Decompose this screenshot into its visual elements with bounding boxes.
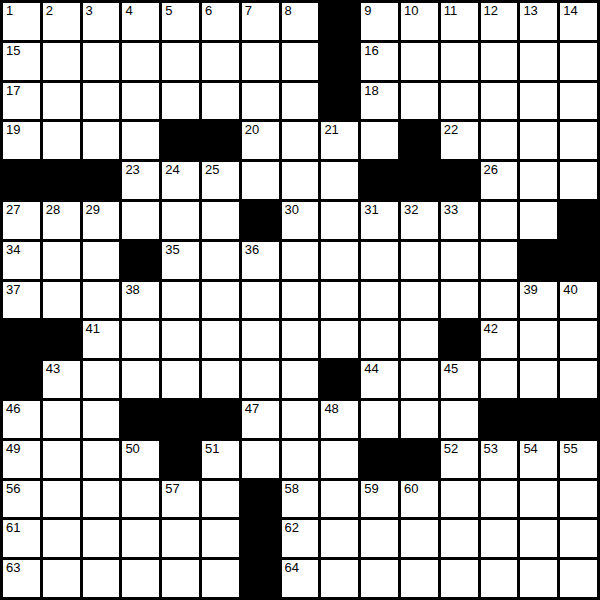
cell-r13-c14[interactable] — [560, 520, 597, 557]
clue-number-11: 11 — [444, 3, 458, 18]
cell-r11-c8[interactable] — [321, 441, 358, 478]
cell-r12-c5[interactable] — [202, 481, 239, 518]
cell-r7-c3[interactable]: 38 — [122, 282, 159, 319]
clue-number-28: 28 — [46, 202, 60, 217]
clue-number-29: 29 — [86, 202, 100, 217]
cell-r14-c13[interactable] — [520, 560, 557, 597]
cell-r0-c13[interactable]: 13 — [520, 3, 557, 40]
clue-number-55: 55 — [563, 441, 577, 456]
clue-number-2: 2 — [46, 3, 53, 18]
cell-r10-c10[interactable] — [401, 401, 438, 438]
cell-r14-c8[interactable] — [321, 560, 358, 597]
cell-r4-c6[interactable] — [242, 162, 279, 199]
cell-r5-c13[interactable] — [520, 202, 557, 239]
cell-r3-c8[interactable]: 21 — [321, 122, 358, 159]
cell-r9-c12[interactable] — [481, 361, 518, 398]
clue-number-45: 45 — [444, 361, 458, 376]
cell-r1-c13[interactable] — [520, 43, 557, 80]
cell-r7-c14[interactable]: 40 — [560, 282, 597, 319]
clue-number-50: 50 — [125, 441, 139, 456]
clue-number-52: 52 — [444, 441, 458, 456]
cell-r4-c3[interactable]: 23 — [122, 162, 159, 199]
cell-r0-c6[interactable]: 7 — [242, 3, 279, 40]
cell-r1-c7[interactable] — [282, 43, 319, 80]
black-square-r1-c8 — [321, 43, 358, 80]
cell-r0-c7[interactable]: 8 — [282, 3, 319, 40]
cell-r9-c10[interactable] — [401, 361, 438, 398]
cell-r12-c9[interactable]: 59 — [361, 481, 398, 518]
cell-r7-c7[interactable] — [282, 282, 319, 319]
cell-r1-c4[interactable] — [162, 43, 199, 80]
clue-number-64: 64 — [285, 560, 299, 575]
clue-number-38: 38 — [125, 282, 139, 297]
cell-r13-c3[interactable] — [122, 520, 159, 557]
clue-number-20: 20 — [245, 122, 259, 137]
cell-r5-c2[interactable]: 29 — [83, 202, 120, 239]
cell-r6-c11[interactable] — [441, 242, 478, 279]
cell-r0-c12[interactable]: 12 — [481, 3, 518, 40]
cell-r5-c4[interactable] — [162, 202, 199, 239]
cell-r5-c5[interactable] — [202, 202, 239, 239]
clue-number-43: 43 — [46, 361, 60, 376]
cell-r5-c8[interactable] — [321, 202, 358, 239]
clue-number-39: 39 — [523, 282, 537, 297]
cell-r2-c11[interactable] — [441, 83, 478, 120]
cell-r12-c14[interactable] — [560, 481, 597, 518]
cell-r0-c3[interactable]: 4 — [122, 3, 159, 40]
cell-r8-c3[interactable] — [122, 321, 159, 358]
crossword-board: 1234567891011121314151617181920212223242… — [0, 0, 600, 600]
cell-r10-c0[interactable]: 46 — [3, 401, 40, 438]
cell-r14-c2[interactable] — [83, 560, 120, 597]
cell-r5-c11[interactable]: 33 — [441, 202, 478, 239]
cell-r9-c5[interactable] — [202, 361, 239, 398]
clue-number-31: 31 — [364, 202, 378, 217]
black-square-r11-c10 — [401, 441, 438, 478]
cell-r1-c6[interactable] — [242, 43, 279, 80]
clue-number-1: 1 — [6, 3, 13, 18]
clue-number-33: 33 — [444, 202, 458, 217]
cell-r11-c12[interactable]: 53 — [481, 441, 518, 478]
cell-r1-c11[interactable] — [441, 43, 478, 80]
clue-number-36: 36 — [245, 242, 259, 257]
cell-r11-c14[interactable]: 55 — [560, 441, 597, 478]
cell-r7-c8[interactable] — [321, 282, 358, 319]
cell-r6-c6[interactable]: 36 — [242, 242, 279, 279]
cell-r0-c0[interactable]: 1 — [3, 3, 40, 40]
cell-r11-c13[interactable]: 54 — [520, 441, 557, 478]
black-square-r9-c0 — [3, 361, 40, 398]
clue-number-27: 27 — [6, 202, 20, 217]
clue-number-47: 47 — [245, 401, 259, 416]
cell-r12-c10[interactable]: 60 — [401, 481, 438, 518]
cell-r11-c11[interactable]: 52 — [441, 441, 478, 478]
black-square-r10-c13 — [520, 401, 557, 438]
cell-r4-c13[interactable] — [520, 162, 557, 199]
black-square-r12-c6 — [242, 481, 279, 518]
black-square-r4-c11 — [441, 162, 478, 199]
cell-r10-c8[interactable]: 48 — [321, 401, 358, 438]
clue-number-53: 53 — [484, 441, 498, 456]
cell-r11-c2[interactable] — [83, 441, 120, 478]
cell-r6-c4[interactable]: 35 — [162, 242, 199, 279]
cell-r14-c0[interactable]: 63 — [3, 560, 40, 597]
cell-r4-c7[interactable] — [282, 162, 319, 199]
cell-r0-c4[interactable]: 5 — [162, 3, 199, 40]
cell-r3-c1[interactable] — [43, 122, 80, 159]
clue-number-26: 26 — [484, 162, 498, 177]
cell-r13-c8[interactable] — [321, 520, 358, 557]
cell-r13-c0[interactable]: 61 — [3, 520, 40, 557]
cell-r5-c7[interactable]: 30 — [282, 202, 319, 239]
cell-r0-c1[interactable]: 2 — [43, 3, 80, 40]
cell-r5-c0[interactable]: 27 — [3, 202, 40, 239]
clue-number-23: 23 — [125, 162, 139, 177]
clue-number-21: 21 — [324, 122, 338, 137]
cell-r1-c9[interactable]: 16 — [361, 43, 398, 80]
clue-number-19: 19 — [6, 122, 20, 137]
clue-number-3: 3 — [86, 3, 93, 18]
cell-r7-c13[interactable]: 39 — [520, 282, 557, 319]
cell-r1-c2[interactable] — [83, 43, 120, 80]
cell-r6-c7[interactable] — [282, 242, 319, 279]
cell-r5-c9[interactable]: 31 — [361, 202, 398, 239]
cell-r4-c14[interactable] — [560, 162, 597, 199]
black-square-r9-c8 — [321, 361, 358, 398]
clue-number-30: 30 — [285, 202, 299, 217]
black-square-r10-c5 — [202, 401, 239, 438]
cell-r2-c14[interactable] — [560, 83, 597, 120]
cell-r7-c4[interactable] — [162, 282, 199, 319]
cell-r14-c12[interactable] — [481, 560, 518, 597]
clue-number-60: 60 — [404, 481, 418, 496]
black-square-r4-c10 — [401, 162, 438, 199]
cell-r3-c6[interactable]: 20 — [242, 122, 279, 159]
clue-number-56: 56 — [6, 481, 20, 496]
cell-r2-c6[interactable] — [242, 83, 279, 120]
cell-r14-c7[interactable]: 64 — [282, 560, 319, 597]
cell-r2-c4[interactable] — [162, 83, 199, 120]
cell-r14-c4[interactable] — [162, 560, 199, 597]
cell-r2-c13[interactable] — [520, 83, 557, 120]
cell-r1-c12[interactable] — [481, 43, 518, 80]
cell-r8-c9[interactable] — [361, 321, 398, 358]
cell-r0-c5[interactable]: 6 — [202, 3, 239, 40]
clue-number-10: 10 — [404, 3, 418, 18]
clue-number-32: 32 — [404, 202, 418, 217]
clue-number-49: 49 — [6, 441, 20, 456]
cell-r6-c5[interactable] — [202, 242, 239, 279]
cell-r12-c12[interactable] — [481, 481, 518, 518]
clue-number-35: 35 — [165, 242, 179, 257]
cell-r8-c2[interactable]: 41 — [83, 321, 120, 358]
black-square-r3-c4 — [162, 122, 199, 159]
black-square-r4-c9 — [361, 162, 398, 199]
cell-r6-c0[interactable]: 34 — [3, 242, 40, 279]
cell-r1-c14[interactable] — [560, 43, 597, 80]
cell-r5-c10[interactable]: 32 — [401, 202, 438, 239]
cell-r6-c12[interactable] — [481, 242, 518, 279]
cell-r4-c12[interactable]: 26 — [481, 162, 518, 199]
clue-number-37: 37 — [6, 282, 20, 297]
clue-number-8: 8 — [285, 3, 292, 18]
black-square-r3-c5 — [202, 122, 239, 159]
clue-number-59: 59 — [364, 481, 378, 496]
cell-r10-c11[interactable] — [441, 401, 478, 438]
cell-r14-c10[interactable] — [401, 560, 438, 597]
cell-r4-c4[interactable]: 24 — [162, 162, 199, 199]
cell-r11-c6[interactable] — [242, 441, 279, 478]
cell-r9-c1[interactable]: 43 — [43, 361, 80, 398]
cell-r4-c8[interactable] — [321, 162, 358, 199]
clue-number-25: 25 — [205, 162, 219, 177]
clue-number-7: 7 — [245, 3, 252, 18]
cell-r10-c2[interactable] — [83, 401, 120, 438]
black-square-r13-c6 — [242, 520, 279, 557]
clue-number-40: 40 — [563, 282, 577, 297]
clue-number-41: 41 — [86, 321, 100, 336]
cell-r14-c5[interactable] — [202, 560, 239, 597]
cell-r7-c9[interactable] — [361, 282, 398, 319]
cell-r5-c1[interactable]: 28 — [43, 202, 80, 239]
cell-r0-c10[interactable]: 10 — [401, 3, 438, 40]
cell-r2-c0[interactable]: 17 — [3, 83, 40, 120]
cell-r7-c6[interactable] — [242, 282, 279, 319]
cell-r10-c6[interactable]: 47 — [242, 401, 279, 438]
cell-r8-c10[interactable] — [401, 321, 438, 358]
cell-r7-c1[interactable] — [43, 282, 80, 319]
clue-number-54: 54 — [523, 441, 537, 456]
black-square-r5-c14 — [560, 202, 597, 239]
cell-r8-c4[interactable] — [162, 321, 199, 358]
clue-number-9: 9 — [364, 3, 371, 18]
black-square-r11-c4 — [162, 441, 199, 478]
cell-r10-c7[interactable] — [282, 401, 319, 438]
clue-number-24: 24 — [165, 162, 179, 177]
clue-number-57: 57 — [165, 481, 179, 496]
cell-r8-c12[interactable]: 42 — [481, 321, 518, 358]
cell-r11-c0[interactable]: 49 — [3, 441, 40, 478]
cell-r1-c10[interactable] — [401, 43, 438, 80]
clue-number-15: 15 — [6, 43, 20, 58]
cell-r9-c11[interactable]: 45 — [441, 361, 478, 398]
cell-r6-c1[interactable] — [43, 242, 80, 279]
cell-r3-c14[interactable] — [560, 122, 597, 159]
black-square-r6-c14 — [560, 242, 597, 279]
clue-number-6: 6 — [205, 3, 212, 18]
cell-r2-c9[interactable]: 18 — [361, 83, 398, 120]
cell-r2-c2[interactable] — [83, 83, 120, 120]
cell-r14-c3[interactable] — [122, 560, 159, 597]
cell-r12-c11[interactable] — [441, 481, 478, 518]
black-square-r11-c9 — [361, 441, 398, 478]
clue-number-22: 22 — [444, 122, 458, 137]
cell-r2-c7[interactable] — [282, 83, 319, 120]
cell-r9-c4[interactable] — [162, 361, 199, 398]
cell-r13-c1[interactable] — [43, 520, 80, 557]
cell-r10-c9[interactable] — [361, 401, 398, 438]
clue-number-62: 62 — [285, 520, 299, 535]
cell-r1-c0[interactable]: 15 — [3, 43, 40, 80]
clue-number-42: 42 — [484, 321, 498, 336]
cell-r10-c1[interactable] — [43, 401, 80, 438]
cell-r9-c14[interactable] — [560, 361, 597, 398]
cell-r7-c11[interactable] — [441, 282, 478, 319]
clue-number-46: 46 — [6, 401, 20, 416]
clue-number-13: 13 — [523, 3, 537, 18]
cell-r3-c0[interactable]: 19 — [3, 122, 40, 159]
black-square-r10-c3 — [122, 401, 159, 438]
clue-number-51: 51 — [205, 441, 219, 456]
clue-number-48: 48 — [324, 401, 338, 416]
cell-r11-c7[interactable] — [282, 441, 319, 478]
cell-r7-c0[interactable]: 37 — [3, 282, 40, 319]
cell-r12-c8[interactable] — [321, 481, 358, 518]
cell-r4-c5[interactable]: 25 — [202, 162, 239, 199]
cell-r3-c11[interactable]: 22 — [441, 122, 478, 159]
cell-r13-c7[interactable]: 62 — [282, 520, 319, 557]
cell-r13-c10[interactable] — [401, 520, 438, 557]
cell-r1-c3[interactable] — [122, 43, 159, 80]
cell-r8-c8[interactable] — [321, 321, 358, 358]
cell-r12-c13[interactable] — [520, 481, 557, 518]
clue-number-4: 4 — [125, 3, 132, 18]
cell-r6-c9[interactable] — [361, 242, 398, 279]
cell-r14-c1[interactable] — [43, 560, 80, 597]
cell-r0-c11[interactable]: 11 — [441, 3, 478, 40]
black-square-r8-c11 — [441, 321, 478, 358]
cell-r0-c14[interactable]: 14 — [560, 3, 597, 40]
black-square-r14-c6 — [242, 560, 279, 597]
black-square-r0-c8 — [321, 3, 358, 40]
clue-number-5: 5 — [165, 3, 172, 18]
cell-r2-c10[interactable] — [401, 83, 438, 120]
cell-r3-c13[interactable] — [520, 122, 557, 159]
clue-number-61: 61 — [6, 520, 20, 535]
cell-r0-c9[interactable]: 9 — [361, 3, 398, 40]
cell-r9-c13[interactable] — [520, 361, 557, 398]
black-square-r6-c13 — [520, 242, 557, 279]
cell-r12-c2[interactable] — [83, 481, 120, 518]
black-square-r10-c14 — [560, 401, 597, 438]
cell-r13-c4[interactable] — [162, 520, 199, 557]
cell-r12-c0[interactable]: 56 — [3, 481, 40, 518]
cell-r9-c3[interactable] — [122, 361, 159, 398]
cell-r8-c7[interactable] — [282, 321, 319, 358]
cell-r7-c5[interactable] — [202, 282, 239, 319]
cell-r3-c2[interactable] — [83, 122, 120, 159]
cell-r6-c8[interactable] — [321, 242, 358, 279]
cell-r3-c12[interactable] — [481, 122, 518, 159]
cell-r8-c13[interactable] — [520, 321, 557, 358]
cell-r9-c2[interactable] — [83, 361, 120, 398]
cell-r1-c5[interactable] — [202, 43, 239, 80]
black-square-r4-c2 — [83, 162, 120, 199]
cell-r9-c6[interactable] — [242, 361, 279, 398]
cell-r2-c3[interactable] — [122, 83, 159, 120]
clue-number-63: 63 — [6, 560, 20, 575]
cell-r7-c2[interactable] — [83, 282, 120, 319]
clue-number-58: 58 — [285, 481, 299, 496]
clue-number-18: 18 — [364, 83, 378, 98]
black-square-r4-c1 — [43, 162, 80, 199]
black-square-r8-c1 — [43, 321, 80, 358]
cell-r3-c3[interactable] — [122, 122, 159, 159]
cell-r14-c14[interactable] — [560, 560, 597, 597]
clue-number-17: 17 — [6, 83, 20, 98]
cell-r13-c2[interactable] — [83, 520, 120, 557]
cell-r13-c5[interactable] — [202, 520, 239, 557]
black-square-r4-c0 — [3, 162, 40, 199]
clue-number-34: 34 — [6, 242, 20, 257]
cell-r2-c12[interactable] — [481, 83, 518, 120]
clue-number-12: 12 — [484, 3, 498, 18]
cell-r14-c9[interactable] — [361, 560, 398, 597]
cell-r9-c9[interactable]: 44 — [361, 361, 398, 398]
cell-r8-c14[interactable] — [560, 321, 597, 358]
black-square-r8-c0 — [3, 321, 40, 358]
clue-number-14: 14 — [563, 3, 577, 18]
cell-r3-c7[interactable] — [282, 122, 319, 159]
black-square-r6-c3 — [122, 242, 159, 279]
cell-r8-c5[interactable] — [202, 321, 239, 358]
cell-r12-c3[interactable] — [122, 481, 159, 518]
cell-r11-c1[interactable] — [43, 441, 80, 478]
cell-r0-c2[interactable]: 3 — [83, 3, 120, 40]
cell-r8-c6[interactable] — [242, 321, 279, 358]
cell-r7-c10[interactable] — [401, 282, 438, 319]
cell-r6-c10[interactable] — [401, 242, 438, 279]
cell-r13-c11[interactable] — [441, 520, 478, 557]
cell-r5-c12[interactable] — [481, 202, 518, 239]
cell-r9-c7[interactable] — [282, 361, 319, 398]
cell-r12-c1[interactable] — [43, 481, 80, 518]
cell-r13-c9[interactable] — [361, 520, 398, 557]
cell-r12-c4[interactable]: 57 — [162, 481, 199, 518]
cell-r11-c3[interactable]: 50 — [122, 441, 159, 478]
clue-number-44: 44 — [364, 361, 378, 376]
black-square-r10-c4 — [162, 401, 199, 438]
cell-r11-c5[interactable]: 51 — [202, 441, 239, 478]
cell-r13-c13[interactable] — [520, 520, 557, 557]
cell-r12-c7[interactable]: 58 — [282, 481, 319, 518]
cell-r13-c12[interactable] — [481, 520, 518, 557]
black-square-r5-c6 — [242, 202, 279, 239]
cell-r3-c9[interactable] — [361, 122, 398, 159]
cell-r7-c12[interactable] — [481, 282, 518, 319]
clue-number-16: 16 — [364, 43, 378, 58]
cell-r2-c1[interactable] — [43, 83, 80, 120]
cell-r6-c2[interactable] — [83, 242, 120, 279]
black-square-r3-c10 — [401, 122, 438, 159]
cell-r14-c11[interactable] — [441, 560, 478, 597]
cell-r2-c5[interactable] — [202, 83, 239, 120]
black-square-r2-c8 — [321, 83, 358, 120]
black-square-r10-c12 — [481, 401, 518, 438]
cell-r1-c1[interactable] — [43, 43, 80, 80]
cell-r5-c3[interactable] — [122, 202, 159, 239]
